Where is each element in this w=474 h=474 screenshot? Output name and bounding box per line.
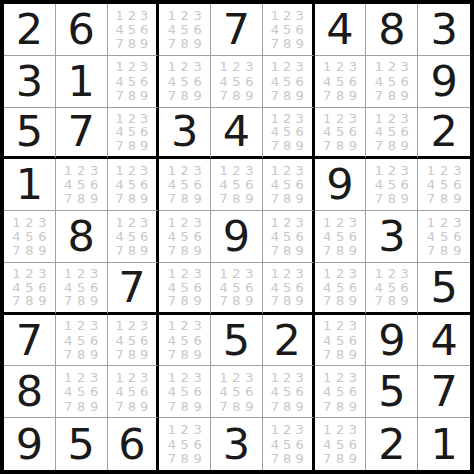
pencil-digit: 5	[181, 438, 189, 451]
cell-r5c1[interactable]: 123456789	[4, 211, 56, 263]
pencil-digit: 7	[168, 294, 176, 307]
pencil-marks: 123456789	[211, 159, 262, 210]
pencil-digit: 5	[232, 385, 240, 398]
cell-r3c8[interactable]: 123456789	[366, 108, 418, 160]
pencil-digit: 9	[90, 192, 98, 205]
pencil-digit: 9	[245, 192, 253, 205]
pencil-marks: 123456789	[108, 108, 157, 157]
pencil-digit: 2	[128, 371, 136, 384]
cell-r7c6[interactable]: 2	[263, 315, 315, 367]
pencil-digit: 9	[90, 294, 98, 307]
pencil-digit: 3	[140, 319, 148, 332]
cell-r8c4[interactable]: 123456789	[159, 366, 211, 418]
pencil-digit: 7	[168, 348, 176, 361]
pencil-digit: 6	[193, 385, 201, 398]
pencil-digit: 1	[271, 423, 279, 436]
pencil-digit: 3	[140, 9, 148, 22]
cell-r8c2[interactable]: 123456789	[56, 366, 108, 418]
pencil-marks: 123456789	[263, 108, 312, 157]
pencil-digit: 8	[128, 37, 136, 50]
given-digit: 2	[378, 423, 405, 466]
cell-r7c9[interactable]: 4	[418, 315, 470, 367]
cell-r3c3[interactable]: 123456789	[108, 108, 160, 160]
pencil-digit: 4	[116, 23, 124, 36]
cell-r7c4[interactable]: 123456789	[159, 315, 211, 367]
pencil-digit: 3	[38, 216, 46, 229]
cell-r5c2[interactable]: 8	[56, 211, 108, 263]
cell-r2c5[interactable]: 123456789	[211, 56, 263, 108]
cell-r9c3[interactable]: 6	[108, 418, 160, 470]
pencil-digit: 6	[140, 23, 148, 36]
pencil-digit: 4	[375, 178, 383, 191]
pencil-digit: 6	[38, 281, 46, 294]
pencil-digit: 5	[181, 178, 189, 191]
pencil-digit: 2	[388, 164, 396, 177]
cell-r9c9[interactable]: 1	[418, 418, 470, 470]
cell-r3c2[interactable]: 7	[56, 108, 108, 160]
pencil-marks: 123456789	[263, 56, 312, 107]
pencil-digit: 5	[128, 230, 136, 243]
pencil-digit: 5	[128, 125, 136, 138]
pencil-digit: 7	[375, 192, 383, 205]
pencil-digit: 8	[128, 244, 136, 257]
pencil-digit: 7	[219, 400, 227, 413]
pencil-digit: 6	[38, 230, 46, 243]
pencil-digit: 1	[168, 60, 176, 73]
pencil-digit: 3	[349, 60, 357, 73]
pencil-digit: 4	[323, 385, 331, 398]
pencil-digit: 1	[323, 319, 331, 332]
pencil-marks: 123456789	[211, 366, 262, 417]
pencil-digit: 3	[193, 164, 201, 177]
pencil-marks: 123456789	[56, 366, 107, 417]
pencil-digit: 8	[77, 294, 85, 307]
given-digit: 8	[378, 8, 405, 51]
pencil-digit: 3	[140, 60, 148, 73]
pencil-digit: 2	[283, 216, 291, 229]
pencil-digit: 8	[181, 37, 189, 50]
pencil-digit: 5	[77, 385, 85, 398]
pencil-digit: 2	[77, 319, 85, 332]
cell-r5c4[interactable]: 123456789	[159, 211, 211, 263]
cell-r4c1[interactable]: 1	[4, 159, 56, 211]
pencil-digit: 4	[427, 178, 435, 191]
pencil-digit: 9	[90, 348, 98, 361]
cell-r4c6[interactable]: 123456789	[263, 159, 315, 211]
pencil-digit: 9	[295, 452, 303, 465]
cell-r2c6[interactable]: 123456789	[263, 56, 315, 108]
pencil-digit: 5	[283, 385, 291, 398]
cell-r8c6[interactable]: 123456789	[263, 366, 315, 418]
pencil-digit: 5	[25, 281, 33, 294]
pencil-digit: 3	[90, 371, 98, 384]
cell-r3c9[interactable]: 2	[418, 108, 470, 160]
pencil-digit: 1	[168, 267, 176, 280]
pencil-digit: 9	[453, 244, 461, 257]
pencil-digit: 1	[116, 112, 124, 125]
pencil-digit: 2	[336, 216, 344, 229]
pencil-digit: 4	[323, 281, 331, 294]
pencil-digit: 3	[295, 423, 303, 436]
cell-r4c7[interactable]: 9	[315, 159, 367, 211]
cell-r7c2[interactable]: 123456789	[56, 315, 108, 367]
pencil-digit: 2	[336, 60, 344, 73]
pencil-digit: 8	[232, 89, 240, 102]
pencil-digit: 6	[295, 230, 303, 243]
given-digit: 9	[378, 319, 405, 362]
pencil-digit: 4	[116, 230, 124, 243]
pencil-digit: 2	[283, 164, 291, 177]
pencil-digit: 5	[336, 281, 344, 294]
pencil-digit: 2	[181, 423, 189, 436]
pencil-digit: 6	[295, 281, 303, 294]
pencil-digit: 3	[349, 423, 357, 436]
pencil-digit: 6	[193, 75, 201, 88]
cell-r4c5[interactable]: 123456789	[211, 159, 263, 211]
pencil-digit: 3	[349, 267, 357, 280]
cell-r5c9[interactable]: 123456789	[418, 211, 470, 263]
pencil-digit: 2	[283, 423, 291, 436]
cell-r6c1[interactable]: 123456789	[4, 263, 56, 315]
pencil-digit: 7	[168, 192, 176, 205]
given-digit: 9	[16, 423, 43, 466]
pencil-digit: 9	[245, 89, 253, 102]
pencil-digit: 3	[349, 371, 357, 384]
pencil-digit: 5	[77, 281, 85, 294]
pencil-digit: 2	[77, 267, 85, 280]
pencil-digit: 3	[245, 371, 253, 384]
cell-r8c3[interactable]: 123456789	[108, 366, 160, 418]
cell-r3c6[interactable]: 123456789	[263, 108, 315, 160]
pencil-digit: 1	[116, 371, 124, 384]
pencil-digit: 4	[271, 385, 279, 398]
cell-r5c7[interactable]: 123456789	[315, 211, 367, 263]
pencil-marks: 123456789	[211, 263, 262, 312]
pencil-digit: 4	[271, 230, 279, 243]
pencil-digit: 7	[116, 89, 124, 102]
pencil-digit: 4	[116, 125, 124, 138]
pencil-digit: 6	[295, 385, 303, 398]
pencil-digit: 9	[295, 400, 303, 413]
pencil-digit: 5	[181, 385, 189, 398]
cell-r3c7[interactable]: 123456789	[315, 108, 367, 160]
pencil-digit: 6	[453, 230, 461, 243]
cell-r5c8[interactable]: 3	[366, 211, 418, 263]
cell-r4c4[interactable]: 123456789	[159, 159, 211, 211]
pencil-digit: 1	[219, 60, 227, 73]
given-digit: 7	[16, 319, 43, 362]
cell-r6c8[interactable]: 123456789	[366, 263, 418, 315]
cell-r2c8[interactable]: 123456789	[366, 56, 418, 108]
cell-r7c5[interactable]: 5	[211, 315, 263, 367]
given-digit: 9	[430, 60, 457, 103]
pencil-digit: 6	[295, 23, 303, 36]
pencil-digit: 7	[323, 294, 331, 307]
pencil-digit: 2	[283, 112, 291, 125]
pencil-marks: 123456789	[263, 263, 312, 312]
given-digit: 5	[16, 110, 43, 153]
given-digit: 1	[430, 423, 457, 466]
pencil-digit: 6	[245, 75, 253, 88]
pencil-digit: 8	[128, 348, 136, 361]
pencil-digit: 7	[323, 400, 331, 413]
pencil-digit: 7	[168, 400, 176, 413]
cell-r9c4[interactable]: 123456789	[159, 418, 211, 470]
pencil-digit: 7	[271, 294, 279, 307]
pencil-digit: 2	[128, 60, 136, 73]
cell-r5c5[interactable]: 9	[211, 211, 263, 263]
pencil-digit: 9	[38, 294, 46, 307]
cell-r2c9[interactable]: 9	[418, 56, 470, 108]
pencil-digit: 8	[128, 89, 136, 102]
pencil-digit: 8	[181, 348, 189, 361]
pencil-digit: 8	[283, 244, 291, 257]
pencil-marks: 123456789	[315, 263, 366, 312]
pencil-digit: 1	[323, 423, 331, 436]
pencil-digit: 4	[271, 75, 279, 88]
cell-r6c9[interactable]: 5	[418, 263, 470, 315]
pencil-digit: 6	[140, 230, 148, 243]
pencil-digit: 8	[388, 192, 396, 205]
pencil-digit: 9	[401, 192, 409, 205]
pencil-digit: 7	[168, 37, 176, 50]
pencil-digit: 8	[283, 400, 291, 413]
pencil-digit: 8	[283, 89, 291, 102]
pencil-digit: 7	[116, 37, 124, 50]
pencil-digit: 3	[349, 216, 357, 229]
pencil-digit: 2	[128, 164, 136, 177]
given-digit: 1	[67, 60, 94, 103]
pencil-digit: 3	[193, 9, 201, 22]
pencil-digit: 8	[283, 452, 291, 465]
pencil-digit: 1	[168, 371, 176, 384]
cell-r1c1[interactable]: 2	[4, 4, 56, 56]
pencil-digit: 4	[64, 178, 72, 191]
cell-r6c2[interactable]: 123456789	[56, 263, 108, 315]
cell-r1c6[interactable]: 123456789	[263, 4, 315, 56]
pencil-digit: 5	[232, 178, 240, 191]
pencil-digit: 6	[193, 334, 201, 347]
pencil-digit: 7	[375, 89, 383, 102]
pencil-digit: 1	[271, 216, 279, 229]
given-digit: 2	[16, 8, 43, 51]
pencil-digit: 8	[283, 37, 291, 50]
pencil-digit: 7	[12, 294, 20, 307]
pencil-digit: 1	[271, 9, 279, 22]
pencil-digit: 7	[271, 89, 279, 102]
cell-r9c6[interactable]: 123456789	[263, 418, 315, 470]
pencil-digit: 4	[427, 230, 435, 243]
cell-r7c7[interactable]: 123456789	[315, 315, 367, 367]
cell-r1c4[interactable]: 123456789	[159, 4, 211, 56]
cell-r7c8[interactable]: 9	[366, 315, 418, 367]
pencil-digit: 3	[140, 371, 148, 384]
pencil-digit: 8	[336, 244, 344, 257]
pencil-digit: 5	[232, 281, 240, 294]
pencil-digit: 3	[401, 267, 409, 280]
pencil-digit: 8	[336, 400, 344, 413]
pencil-digit: 4	[219, 75, 227, 88]
pencil-digit: 2	[283, 267, 291, 280]
pencil-digit: 8	[128, 139, 136, 152]
given-digit: 3	[16, 60, 43, 103]
pencil-digit: 9	[349, 139, 357, 152]
cell-r8c5[interactable]: 123456789	[211, 366, 263, 418]
cell-r8c7[interactable]: 123456789	[315, 366, 367, 418]
cell-r4c8[interactable]: 123456789	[366, 159, 418, 211]
pencil-digit: 4	[116, 178, 124, 191]
pencil-digit: 1	[219, 371, 227, 384]
pencil-marks: 123456789	[366, 56, 417, 107]
pencil-digit: 6	[140, 334, 148, 347]
pencil-digit: 5	[440, 230, 448, 243]
given-digit: 2	[274, 319, 301, 362]
pencil-digit: 4	[168, 438, 176, 451]
pencil-digit: 4	[323, 438, 331, 451]
pencil-marks: 123456789	[159, 263, 210, 312]
pencil-digit: 9	[140, 89, 148, 102]
pencil-digit: 5	[25, 230, 33, 243]
pencil-digit: 7	[64, 192, 72, 205]
cell-r8c1[interactable]: 8	[4, 366, 56, 418]
pencil-digit: 2	[232, 267, 240, 280]
pencil-digit: 1	[375, 267, 383, 280]
pencil-digit: 3	[245, 267, 253, 280]
pencil-digit: 7	[116, 348, 124, 361]
pencil-digit: 4	[12, 281, 20, 294]
pencil-digit: 5	[77, 334, 85, 347]
pencil-digit: 5	[283, 178, 291, 191]
cell-r1c2[interactable]: 6	[56, 4, 108, 56]
cell-r3c4[interactable]: 3	[159, 108, 211, 160]
given-digit: 4	[223, 110, 250, 153]
cell-r4c3[interactable]: 123456789	[108, 159, 160, 211]
pencil-digit: 8	[181, 192, 189, 205]
pencil-digit: 5	[283, 438, 291, 451]
pencil-digit: 3	[90, 267, 98, 280]
pencil-digit: 2	[336, 423, 344, 436]
cell-r9c1[interactable]: 9	[4, 418, 56, 470]
cell-r6c4[interactable]: 123456789	[159, 263, 211, 315]
pencil-marks: 123456789	[263, 4, 312, 55]
cell-r6c6[interactable]: 123456789	[263, 263, 315, 315]
pencil-digit: 3	[193, 216, 201, 229]
pencil-digit: 7	[12, 244, 20, 257]
cell-r6c5[interactable]: 123456789	[211, 263, 263, 315]
pencil-digit: 9	[140, 192, 148, 205]
pencil-digit: 8	[181, 89, 189, 102]
pencil-digit: 9	[295, 294, 303, 307]
cell-r9c8[interactable]: 2	[366, 418, 418, 470]
cell-r9c5[interactable]: 3	[211, 418, 263, 470]
cell-r9c7[interactable]: 123456789	[315, 418, 367, 470]
pencil-digit: 5	[77, 178, 85, 191]
pencil-digit: 4	[323, 334, 331, 347]
pencil-digit: 3	[295, 371, 303, 384]
cell-r6c3[interactable]: 7	[108, 263, 160, 315]
cell-r2c7[interactable]: 123456789	[315, 56, 367, 108]
pencil-digit: 8	[336, 294, 344, 307]
pencil-digit: 6	[193, 438, 201, 451]
pencil-digit: 3	[90, 164, 98, 177]
pencil-digit: 6	[295, 125, 303, 138]
cell-r4c9[interactable]: 123456789	[418, 159, 470, 211]
pencil-digit: 5	[181, 75, 189, 88]
pencil-digit: 4	[375, 281, 383, 294]
cell-r6c7[interactable]: 123456789	[315, 263, 367, 315]
pencil-digit: 4	[168, 23, 176, 36]
pencil-digit: 2	[283, 60, 291, 73]
cell-r1c8[interactable]: 8	[366, 4, 418, 56]
pencil-digit: 7	[116, 192, 124, 205]
cell-r5c3[interactable]: 123456789	[108, 211, 160, 263]
pencil-digit: 6	[349, 438, 357, 451]
pencil-digit: 1	[271, 112, 279, 125]
cell-r8c8[interactable]: 5	[366, 366, 418, 418]
pencil-digit: 6	[90, 178, 98, 191]
cell-r2c1[interactable]: 3	[4, 56, 56, 108]
cell-r9c2[interactable]: 5	[56, 418, 108, 470]
pencil-marks: 123456789	[263, 418, 312, 470]
pencil-digit: 1	[168, 423, 176, 436]
pencil-digit: 8	[77, 400, 85, 413]
cell-r1c7[interactable]: 4	[315, 4, 367, 56]
pencil-digit: 9	[295, 89, 303, 102]
given-digit: 4	[326, 8, 353, 51]
cell-r7c1[interactable]: 7	[4, 315, 56, 367]
cell-r1c3[interactable]: 123456789	[108, 4, 160, 56]
given-digit: 6	[118, 423, 145, 466]
pencil-digit: 2	[77, 164, 85, 177]
pencil-digit: 3	[401, 164, 409, 177]
pencil-digit: 8	[336, 139, 344, 152]
cell-r8c9[interactable]: 7	[418, 366, 470, 418]
cell-r1c9[interactable]: 3	[418, 4, 470, 56]
pencil-digit: 4	[168, 334, 176, 347]
pencil-digit: 4	[271, 438, 279, 451]
cell-r4c2[interactable]: 123456789	[56, 159, 108, 211]
cell-r3c5[interactable]: 4	[211, 108, 263, 160]
pencil-digit: 3	[295, 60, 303, 73]
pencil-digit: 6	[349, 230, 357, 243]
pencil-digit: 1	[271, 371, 279, 384]
pencil-digit: 1	[116, 319, 124, 332]
cell-r7c3[interactable]: 123456789	[108, 315, 160, 367]
pencil-digit: 4	[168, 385, 176, 398]
pencil-digit: 2	[181, 164, 189, 177]
pencil-digit: 5	[283, 230, 291, 243]
pencil-marks: 123456789	[418, 211, 470, 262]
pencil-digit: 9	[349, 89, 357, 102]
cell-r3c1[interactable]: 5	[4, 108, 56, 160]
cell-r5c6[interactable]: 123456789	[263, 211, 315, 263]
pencil-digit: 8	[232, 294, 240, 307]
pencil-digit: 5	[440, 178, 448, 191]
pencil-digit: 8	[77, 348, 85, 361]
pencil-digit: 9	[140, 400, 148, 413]
cell-r2c2[interactable]: 1	[56, 56, 108, 108]
cell-r2c4[interactable]: 123456789	[159, 56, 211, 108]
pencil-digit: 1	[323, 60, 331, 73]
cell-r1c5[interactable]: 7	[211, 4, 263, 56]
pencil-marks: 123456789	[108, 315, 157, 366]
pencil-digit: 6	[140, 178, 148, 191]
pencil-marks: 123456789	[366, 159, 417, 210]
cell-r2c3[interactable]: 123456789	[108, 56, 160, 108]
given-digit: 5	[430, 266, 457, 309]
pencil-marks: 123456789	[56, 159, 107, 210]
pencil-marks: 123456789	[418, 159, 470, 210]
